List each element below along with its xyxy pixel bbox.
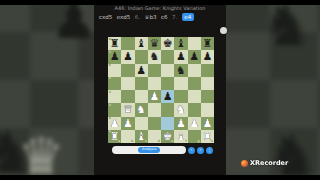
primary-action-button[interactable]: Analysis <box>138 147 160 153</box>
xrecorder-label: XRecorder <box>250 159 288 167</box>
square-f5[interactable] <box>174 77 187 90</box>
square-b2[interactable]: ♟ <box>121 117 134 130</box>
square-d3[interactable] <box>148 103 161 116</box>
piece-black-knight[interactable]: ♞ <box>174 64 187 77</box>
piece-black-pawn[interactable]: ♟ <box>201 50 214 63</box>
square-h5[interactable] <box>201 77 214 90</box>
square-e5[interactable] <box>161 77 174 90</box>
square-f4[interactable] <box>174 90 187 103</box>
square-d4[interactable]: ♟ <box>148 90 161 103</box>
square-e7[interactable] <box>161 50 174 63</box>
square-g1[interactable]: g <box>188 130 201 143</box>
square-b6[interactable] <box>121 64 134 77</box>
square-d7[interactable]: ♞ <box>148 50 161 63</box>
square-d6[interactable] <box>148 64 161 77</box>
piece-black-pawn[interactable]: ♟ <box>161 90 174 103</box>
square-e6[interactable] <box>161 64 174 77</box>
file-label-g: g <box>198 140 200 143</box>
square-h8[interactable]: ♜ <box>201 37 214 50</box>
file-label-b: b <box>131 140 133 143</box>
piece-white-knight[interactable]: ♞ <box>135 103 148 116</box>
square-e1[interactable]: e♚ <box>161 130 174 143</box>
video-frame: ♟♞♞♛♞ A46: Indian Game: Knights Variatio… <box>0 0 320 180</box>
piece-black-pawn[interactable]: ♟ <box>188 50 201 63</box>
square-d8[interactable]: ♛ <box>148 37 161 50</box>
square-c3[interactable]: ♞ <box>135 103 148 116</box>
square-h3[interactable] <box>201 103 214 116</box>
piece-black-queen[interactable]: ♛ <box>148 37 161 50</box>
piece-black-pawn[interactable]: ♟ <box>121 50 134 63</box>
square-f2[interactable]: ♟ <box>174 117 187 130</box>
square-g4[interactable] <box>188 90 201 103</box>
square-g6[interactable] <box>188 64 201 77</box>
background-pawn-silhouette: ♟ <box>51 0 98 46</box>
square-d1[interactable]: d <box>148 130 161 143</box>
square-f3[interactable]: ♞ <box>174 103 187 116</box>
piece-white-rook[interactable]: ♜ <box>108 130 121 143</box>
square-b3[interactable]: ♛ <box>121 103 134 116</box>
square-b4[interactable] <box>121 90 134 103</box>
rank-label-4: 4 <box>109 91 111 94</box>
square-c7[interactable] <box>135 50 148 63</box>
chess-board[interactable]: 8♜♝♛♚♝♜7♟♟♞♟♟♟6♟♞54♟♟3♛♞♞2♟♟♟♟♟1a♜bc♝de♚… <box>108 37 214 143</box>
piece-white-pawn[interactable]: ♟ <box>148 90 161 103</box>
letterbox-bottom <box>0 175 320 180</box>
piece-black-pawn[interactable]: ♟ <box>135 64 148 77</box>
piece-white-king[interactable]: ♚ <box>161 130 174 143</box>
move-token[interactable]: cxd5 <box>99 14 112 20</box>
piece-black-king[interactable]: ♚ <box>161 37 174 50</box>
rank-label-6: 6 <box>109 64 111 67</box>
rank-label-5: 5 <box>109 77 111 80</box>
square-b1[interactable]: b <box>121 130 134 143</box>
background-square <box>222 128 270 176</box>
square-a1[interactable]: 1a♜ <box>108 130 121 143</box>
piece-white-pawn[interactable]: ♟ <box>108 117 121 130</box>
square-e4[interactable]: ♟ <box>161 90 174 103</box>
piece-white-pawn[interactable]: ♟ <box>201 117 214 130</box>
square-e8[interactable]: ♚ <box>161 37 174 50</box>
menu-dots-icon[interactable]: ⋮ <box>206 147 213 154</box>
xrecorder-icon <box>241 160 248 167</box>
square-g8[interactable] <box>188 37 201 50</box>
chevron-left-icon[interactable]: ‹ <box>188 147 195 154</box>
file-label-d: d <box>158 140 160 143</box>
background-square <box>0 32 30 80</box>
square-h4[interactable] <box>201 90 214 103</box>
piece-white-queen[interactable]: ♛ <box>121 103 134 116</box>
square-a8[interactable]: 8♜ <box>108 37 121 50</box>
square-c1[interactable]: c♝ <box>135 130 148 143</box>
move-number: 7. <box>172 14 177 20</box>
square-g7[interactable]: ♟ <box>188 50 201 63</box>
background-queen-silhouette: ♛ <box>18 131 65 180</box>
square-g3[interactable] <box>188 103 201 116</box>
square-c4[interactable] <box>135 90 148 103</box>
square-b8[interactable] <box>121 37 134 50</box>
piece-white-pawn[interactable]: ♟ <box>121 117 134 130</box>
screen-recorder-bubble[interactable] <box>220 27 227 34</box>
square-e3[interactable] <box>161 103 174 116</box>
square-c2[interactable] <box>135 117 148 130</box>
move-token[interactable]: ♕b3 <box>145 14 157 20</box>
piece-white-knight[interactable]: ♞ <box>174 103 187 116</box>
piece-white-pawn[interactable]: ♟ <box>188 117 201 130</box>
piece-white-pawn[interactable]: ♟ <box>174 117 187 130</box>
square-f1[interactable]: f♝ <box>174 130 187 143</box>
square-h1[interactable]: h♜ <box>201 130 214 143</box>
square-f6[interactable]: ♞ <box>174 64 187 77</box>
move-token[interactable]: c6 <box>161 14 168 20</box>
square-a7[interactable]: 7♟ <box>108 50 121 63</box>
square-a6[interactable]: 6 <box>108 64 121 77</box>
piece-black-bishop[interactable]: ♝ <box>174 37 187 50</box>
piece-black-knight[interactable]: ♞ <box>148 50 161 63</box>
square-f7[interactable]: ♟ <box>174 50 187 63</box>
square-g5[interactable] <box>188 77 201 90</box>
piece-black-rook[interactable]: ♜ <box>108 37 121 50</box>
square-b7[interactable]: ♟ <box>121 50 134 63</box>
background-knight-silhouette: ♞ <box>267 127 319 180</box>
move-token[interactable]: exd5 <box>117 14 131 20</box>
move-number: 6. <box>135 14 140 20</box>
piece-white-bishop[interactable]: ♝ <box>174 130 187 143</box>
chevron-right-icon[interactable]: › <box>197 147 204 154</box>
piece-black-pawn[interactable]: ♟ <box>174 50 187 63</box>
background-knight-silhouette: ♞ <box>261 0 313 54</box>
piece-white-bishop[interactable]: ♝ <box>135 130 148 143</box>
background-square <box>270 80 318 128</box>
piece-black-pawn[interactable]: ♟ <box>108 50 121 63</box>
square-g2[interactable]: ♟ <box>188 117 201 130</box>
square-d5[interactable] <box>148 77 161 90</box>
piece-white-rook[interactable]: ♜ <box>201 130 214 143</box>
square-h2[interactable]: ♟ <box>201 117 214 130</box>
square-e2[interactable] <box>161 117 174 130</box>
square-a4[interactable]: 4 <box>108 90 121 103</box>
piece-black-rook[interactable]: ♜ <box>201 37 214 50</box>
square-c6[interactable]: ♟ <box>135 64 148 77</box>
square-b5[interactable] <box>121 77 134 90</box>
background-square <box>222 80 270 128</box>
square-a3[interactable]: 3 <box>108 103 121 116</box>
square-c8[interactable]: ♝ <box>135 37 148 50</box>
square-f8[interactable]: ♝ <box>174 37 187 50</box>
background-square <box>30 80 78 128</box>
opening-name: A46: Indian Game: Knights Variation <box>94 5 226 11</box>
rank-label-3: 3 <box>109 104 111 107</box>
square-a5[interactable]: 5 <box>108 77 121 90</box>
move-strip: cxd5exd56.♕b3c67.e4 <box>99 13 224 21</box>
square-d2[interactable] <box>148 117 161 130</box>
chess-app-screen: A46: Indian Game: Knights Variation cxd5… <box>94 0 226 180</box>
move-token-active[interactable]: e4 <box>182 13 194 21</box>
square-a2[interactable]: 2♟ <box>108 117 121 130</box>
piece-black-bishop[interactable]: ♝ <box>135 37 148 50</box>
xrecorder-watermark: XRecorder <box>241 159 288 167</box>
square-h7[interactable]: ♟ <box>201 50 214 63</box>
action-bar: Analysis <box>112 146 186 154</box>
letterbox-top <box>0 0 320 5</box>
square-c5[interactable] <box>135 77 148 90</box>
square-h6[interactable] <box>201 64 214 77</box>
